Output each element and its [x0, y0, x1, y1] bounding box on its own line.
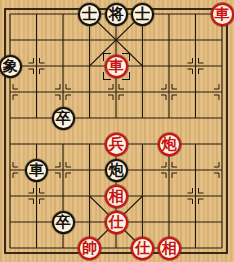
piece-red-advisor[interactable]: 仕: [131, 237, 154, 260]
xiangqi-board[interactable]: 士将士車象車卒兵炮車炮相卒仕帥仕相: [0, 0, 234, 262]
piece-red-elephant[interactable]: 相: [158, 237, 181, 260]
piece-black-advisor[interactable]: 士: [78, 3, 101, 26]
piece-red-advisor[interactable]: 仕: [105, 211, 128, 234]
piece-red-soldier[interactable]: 兵: [105, 133, 128, 156]
piece-black-elephant[interactable]: 象: [0, 55, 22, 78]
piece-black-chariot[interactable]: 車: [25, 159, 48, 182]
piece-black-cannon[interactable]: 炮: [105, 159, 128, 182]
piece-red-elephant[interactable]: 相: [105, 185, 128, 208]
piece-black-soldier[interactable]: 卒: [52, 211, 75, 234]
piece-red-chariot[interactable]: 車: [105, 55, 128, 78]
piece-red-chariot[interactable]: 車: [211, 3, 234, 26]
piece-black-general[interactable]: 将: [105, 3, 128, 26]
piece-black-advisor[interactable]: 士: [131, 3, 154, 26]
piece-black-soldier[interactable]: 卒: [52, 107, 75, 130]
piece-red-cannon[interactable]: 炮: [158, 133, 181, 156]
piece-red-general[interactable]: 帥: [78, 237, 101, 260]
